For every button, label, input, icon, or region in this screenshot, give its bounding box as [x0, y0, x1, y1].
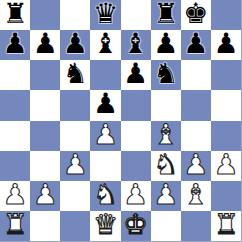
- black-knight[interactable]: ♞: [151, 60, 181, 90]
- square-e6[interactable]: ♟: [121, 60, 151, 90]
- square-a6[interactable]: [0, 60, 30, 90]
- white-pawn[interactable]: ♟: [181, 151, 211, 181]
- black-pawn[interactable]: ♟: [0, 30, 30, 60]
- square-e3[interactable]: [121, 151, 151, 181]
- white-pawn[interactable]: ♟: [121, 181, 151, 211]
- chess-board-container: ♜♛♜♚♟♟♟♝♝♟♟♟♞♟♞♟♟♝♟♞♟♟♟♟♞♟♟♝♜♛♚♜: [0, 0, 242, 242]
- square-f5[interactable]: [151, 90, 181, 120]
- square-b1[interactable]: [30, 211, 60, 241]
- square-b8[interactable]: [30, 0, 60, 30]
- square-b5[interactable]: [30, 90, 60, 120]
- square-c4[interactable]: [60, 121, 90, 151]
- square-c7[interactable]: ♟: [60, 30, 90, 60]
- square-a2[interactable]: ♟: [0, 181, 30, 211]
- black-pawn[interactable]: ♟: [181, 30, 211, 60]
- square-h4[interactable]: [211, 121, 241, 151]
- square-e8[interactable]: [121, 0, 151, 30]
- square-d3[interactable]: [90, 151, 120, 181]
- square-d2[interactable]: ♞: [90, 181, 120, 211]
- square-f1[interactable]: [151, 211, 181, 241]
- square-g7[interactable]: ♟: [181, 30, 211, 60]
- square-a4[interactable]: [0, 121, 30, 151]
- square-h2[interactable]: [211, 181, 241, 211]
- square-e1[interactable]: ♚: [121, 211, 151, 241]
- square-g1[interactable]: [181, 211, 211, 241]
- square-a7[interactable]: ♟: [0, 30, 30, 60]
- square-g2[interactable]: ♝: [181, 181, 211, 211]
- white-queen[interactable]: ♛: [90, 211, 120, 241]
- black-bishop[interactable]: ♝: [121, 30, 151, 60]
- black-pawn[interactable]: ♟: [30, 30, 60, 60]
- square-d4[interactable]: ♟: [90, 121, 120, 151]
- square-f8[interactable]: ♜: [151, 0, 181, 30]
- square-e2[interactable]: ♟: [121, 181, 151, 211]
- square-h7[interactable]: ♟: [211, 30, 241, 60]
- white-king[interactable]: ♚: [121, 211, 151, 241]
- square-g8[interactable]: ♚: [181, 0, 211, 30]
- square-g6[interactable]: [181, 60, 211, 90]
- white-pawn[interactable]: ♟: [60, 151, 90, 181]
- white-pawn[interactable]: ♟: [151, 181, 181, 211]
- square-a8[interactable]: ♜: [0, 0, 30, 30]
- black-knight[interactable]: ♞: [60, 60, 90, 90]
- square-h3[interactable]: ♟: [211, 151, 241, 181]
- square-h6[interactable]: [211, 60, 241, 90]
- black-pawn[interactable]: ♟: [90, 90, 120, 120]
- square-e4[interactable]: [121, 121, 151, 151]
- square-d8[interactable]: ♛: [90, 0, 120, 30]
- white-pawn[interactable]: ♟: [211, 151, 241, 181]
- square-d1[interactable]: ♛: [90, 211, 120, 241]
- black-bishop[interactable]: ♝: [90, 30, 120, 60]
- square-e7[interactable]: ♝: [121, 30, 151, 60]
- white-pawn[interactable]: ♟: [90, 121, 120, 151]
- square-b6[interactable]: [30, 60, 60, 90]
- white-bishop[interactable]: ♝: [181, 181, 211, 211]
- black-pawn[interactable]: ♟: [60, 30, 90, 60]
- white-pawn[interactable]: ♟: [0, 181, 30, 211]
- square-a1[interactable]: ♜: [0, 211, 30, 241]
- square-f6[interactable]: ♞: [151, 60, 181, 90]
- black-pawn[interactable]: ♟: [121, 60, 151, 90]
- white-rook[interactable]: ♜: [211, 211, 241, 241]
- square-f2[interactable]: ♟: [151, 181, 181, 211]
- square-b4[interactable]: [30, 121, 60, 151]
- square-d7[interactable]: ♝: [90, 30, 120, 60]
- square-c6[interactable]: ♞: [60, 60, 90, 90]
- black-rook[interactable]: ♜: [0, 0, 30, 30]
- square-b7[interactable]: ♟: [30, 30, 60, 60]
- black-pawn[interactable]: ♟: [211, 30, 241, 60]
- black-pawn[interactable]: ♟: [151, 30, 181, 60]
- square-g5[interactable]: [181, 90, 211, 120]
- white-knight[interactable]: ♞: [151, 151, 181, 181]
- square-d6[interactable]: [90, 60, 120, 90]
- chess-board: ♜♛♜♚♟♟♟♝♝♟♟♟♞♟♞♟♟♝♟♞♟♟♟♟♞♟♟♝♜♛♚♜: [0, 0, 242, 242]
- square-b3[interactable]: [30, 151, 60, 181]
- square-g3[interactable]: ♟: [181, 151, 211, 181]
- square-d5[interactable]: ♟: [90, 90, 120, 120]
- white-bishop[interactable]: ♝: [151, 121, 181, 151]
- square-h1[interactable]: ♜: [211, 211, 241, 241]
- square-a3[interactable]: [0, 151, 30, 181]
- white-rook[interactable]: ♜: [0, 211, 30, 241]
- square-f3[interactable]: ♞: [151, 151, 181, 181]
- black-rook[interactable]: ♜: [151, 0, 181, 30]
- square-g4[interactable]: [181, 121, 211, 151]
- square-e5[interactable]: [121, 90, 151, 120]
- square-h5[interactable]: [211, 90, 241, 120]
- white-pawn[interactable]: ♟: [30, 181, 60, 211]
- square-c5[interactable]: [60, 90, 90, 120]
- black-queen[interactable]: ♛: [90, 0, 120, 30]
- square-c2[interactable]: [60, 181, 90, 211]
- square-c3[interactable]: ♟: [60, 151, 90, 181]
- square-f7[interactable]: ♟: [151, 30, 181, 60]
- square-c1[interactable]: [60, 211, 90, 241]
- square-h8[interactable]: [211, 0, 241, 30]
- square-b2[interactable]: ♟: [30, 181, 60, 211]
- white-knight[interactable]: ♞: [90, 181, 120, 211]
- black-king[interactable]: ♚: [181, 0, 211, 30]
- square-a5[interactable]: [0, 90, 30, 120]
- square-c8[interactable]: [60, 0, 90, 30]
- square-f4[interactable]: ♝: [151, 121, 181, 151]
